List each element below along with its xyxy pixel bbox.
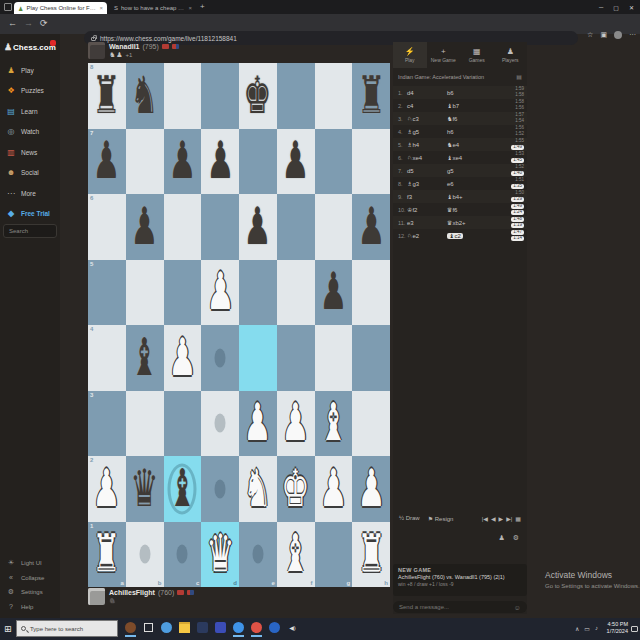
bottom-player-flag2-icon [187, 590, 194, 595]
legal-move-dot[interactable] [177, 545, 188, 564]
rank-label: 3 [90, 392, 93, 398]
white-move[interactable]: e3 [407, 220, 414, 226]
browser-menu-icon[interactable]: ⋯ [629, 31, 636, 39]
white-bishop-f1[interactable]: ♝ [281, 528, 309, 580]
back-move-icon[interactable]: ◀ [491, 515, 496, 522]
square-c2[interactable]: ♝ [164, 456, 202, 522]
maximize-button[interactable]: ▢ [613, 4, 619, 11]
sidebar-item-collapse[interactable]: «Collapse [0, 571, 60, 586]
square-g1[interactable]: g [315, 522, 353, 588]
square-g4[interactable] [315, 325, 353, 391]
move-row-11[interactable]: 11.e3♛xb2+1:481:19 [393, 216, 527, 229]
tray-icon[interactable]: ▭ [584, 625, 590, 632]
black-queen-b2[interactable]: ♛ [130, 463, 158, 515]
square-c5[interactable] [164, 260, 202, 326]
collapse-icon: « [6, 574, 16, 581]
refresh-icon[interactable]: ⟳ [40, 18, 48, 28]
move-number: 11. [393, 220, 407, 226]
chat-smiley-icon[interactable]: ☺ [514, 604, 521, 611]
sidebar-item-label: More [21, 190, 36, 197]
top-player-bar: Wanadll1 (795) ♞♟+1 1:14 [88, 42, 390, 60]
black-move[interactable]: ♛xb2+ [447, 220, 466, 226]
bottom-player-name[interactable]: AchillesFlight [109, 589, 155, 596]
square-d3[interactable] [201, 391, 239, 457]
analysis-board-icon[interactable]: ▦ [515, 515, 521, 522]
black-move[interactable]: ♛f6 [447, 207, 457, 213]
rank-label: 6 [90, 195, 93, 201]
forward-move-icon[interactable]: ▶ [499, 515, 504, 522]
square-d7[interactable]: ♟ [201, 129, 239, 195]
square-f6[interactable] [277, 194, 315, 260]
rank-label: 8 [90, 64, 93, 70]
black-pawn-d7[interactable]: ♟ [206, 135, 234, 187]
square-d4[interactable] [201, 325, 239, 391]
move-number: 4. [393, 129, 407, 135]
vertical-tabs-icon[interactable] [4, 3, 12, 11]
browser-tab-inactive[interactable]: S how to have a cheap dreadlock… × [110, 2, 196, 14]
sidebar-item-free-trial[interactable]: ◆Free Trial [0, 204, 60, 225]
square-e8[interactable]: ♚ [239, 63, 277, 129]
square-e1[interactable]: e [239, 522, 277, 588]
file-label: b [158, 580, 162, 586]
puzzles-icon: ❖ [6, 86, 16, 95]
white-king-f2[interactable]: ♚ [281, 463, 309, 515]
players-icon: ♟ [507, 47, 514, 56]
page-url: https://www.chess.com/game/live/11812158… [100, 35, 237, 42]
black-pawn-b6[interactable]: ♟ [130, 201, 158, 253]
taskbar-icon-speaker[interactable]: ◀) [286, 621, 299, 634]
square-b2[interactable]: ♛ [126, 456, 164, 522]
black-move-time: 1:45 [511, 158, 524, 163]
square-h1[interactable]: ♜h [352, 522, 390, 588]
captured-piece-icon: ♟ [116, 51, 122, 59]
move-number: 2. [393, 103, 407, 109]
square-b3[interactable] [126, 391, 164, 457]
square-e6[interactable]: ♟ [239, 194, 277, 260]
chat-input[interactable]: Send a message... ☺ [393, 601, 527, 613]
square-e5[interactable] [239, 260, 277, 326]
minimize-button[interactable]: ─ [599, 4, 603, 10]
square-f4[interactable] [277, 325, 315, 391]
square-a5[interactable]: 5 [88, 260, 126, 326]
square-e4[interactable] [239, 325, 277, 391]
square-d2[interactable] [201, 456, 239, 522]
taskbar-time: 4:50 PM [607, 621, 628, 628]
file-label: h [384, 580, 388, 586]
extensions-icon[interactable]: ▣ [600, 31, 607, 39]
black-move-time: 1:56 [515, 106, 524, 111]
black-pawn-c7[interactable]: ♟ [168, 135, 196, 187]
favorite-star-icon[interactable]: ☆ [587, 31, 593, 39]
chesscom-favicon: ♟ [18, 5, 23, 12]
square-h3[interactable] [352, 391, 390, 457]
resign-button[interactable]: ⚑ Resign [428, 515, 454, 522]
taskbar-icon-mail[interactable] [214, 621, 227, 634]
panel-tab-players[interactable]: ♟Players [494, 42, 528, 68]
black-move[interactable]: g5 [447, 168, 454, 174]
square-c1[interactable]: c [164, 522, 202, 588]
square-h8[interactable]: ♜ [352, 63, 390, 129]
sidebar-item-label: Play [21, 67, 34, 74]
legal-move-dot[interactable] [215, 479, 226, 498]
settings-icon: ⚙ [6, 588, 16, 596]
notification-center-icon[interactable] [631, 626, 638, 632]
sidebar-item-news[interactable]: ▥News [0, 142, 60, 163]
activate-windows-text: Activate Windows [545, 570, 612, 580]
square-c3[interactable] [164, 391, 202, 457]
square-c7[interactable]: ♟ [164, 129, 202, 195]
square-h7[interactable] [352, 129, 390, 195]
black-knight-b8[interactable]: ♞ [130, 70, 158, 122]
black-move-time: 1:52 [515, 132, 524, 137]
square-e2[interactable]: ♞ [239, 456, 277, 522]
desktop-screenshot: ♟ Play Chess Online for FRE… × S how to … [0, 0, 640, 640]
taskbar-clock[interactable]: 4:50 PM 1/7/2024 [607, 621, 628, 635]
square-d8[interactable] [201, 63, 239, 129]
taskbar-icon-pinned-app[interactable] [124, 621, 137, 634]
system-tray: ∧▭♪ [575, 625, 598, 632]
sidebar-item-label: Collapse [21, 575, 44, 581]
white-move[interactable]: f3 [407, 194, 412, 200]
move-list: 1.d4b61:591:582.c4♝b71:581:563.♘c3♞f61:5… [393, 86, 527, 242]
black-rook-a8[interactable]: ♜ [93, 70, 121, 122]
new-game-odds: win +8 / draw +1 / loss -9 [398, 581, 522, 587]
black-move[interactable]: e6 [447, 181, 454, 187]
square-b8[interactable]: ♞ [126, 63, 164, 129]
move-number: 5. [393, 142, 407, 148]
white-move[interactable]: ♘xe4 [407, 155, 422, 161]
square-f3[interactable]: ♟ [277, 391, 315, 457]
taskbar-date: 1/7/2024 [607, 628, 628, 635]
sidebar-item-puzzles[interactable]: ❖Puzzles [0, 81, 60, 102]
square-a1[interactable]: ♜1a [88, 522, 126, 588]
panel-tab-play[interactable]: ⚡Play [393, 42, 427, 68]
black-move[interactable]: ♞e4 [447, 142, 459, 148]
sidebar-item-label: Watch [21, 128, 39, 135]
square-f7[interactable]: ♟ [277, 129, 315, 195]
white-rook-a1[interactable]: ♜ [93, 528, 121, 580]
black-bishop-c2[interactable]: ♝ [168, 463, 196, 515]
legal-move-dot[interactable] [139, 545, 150, 564]
sidebar-search-input[interactable]: Search [3, 224, 57, 238]
square-h4[interactable] [352, 325, 390, 391]
square-g3[interactable]: ♝ [315, 391, 353, 457]
square-g2[interactable]: ♟ [315, 456, 353, 522]
learn-icon: ▤ [6, 107, 16, 116]
black-pawn-a7[interactable]: ♟ [93, 135, 121, 187]
new-tab-button[interactable]: + [200, 2, 205, 11]
panel-tab-games[interactable]: ▦Games [460, 42, 494, 68]
square-e7[interactable] [239, 129, 277, 195]
black-move[interactable]: ♝b7 [447, 103, 459, 109]
file-label: c [196, 580, 199, 586]
black-king-e8[interactable]: ♚ [244, 70, 272, 122]
rank-label: 1 [90, 523, 93, 529]
move-row-3[interactable]: 3.♘c3♞f61:571:54 [393, 112, 527, 125]
legal-move-dot[interactable] [215, 414, 226, 433]
square-h5[interactable] [352, 260, 390, 326]
sidebar-item-label: Help [21, 604, 33, 610]
rank-label: 2 [90, 457, 93, 463]
move-row-5[interactable]: 5.♗h4♞e41:551:49 [393, 138, 527, 151]
square-a2[interactable]: ♟2 [88, 456, 126, 522]
square-a3[interactable]: 3 [88, 391, 126, 457]
white-pawn-c4[interactable]: ♟ [168, 332, 196, 384]
black-move[interactable]: b6 [447, 90, 454, 96]
square-a6[interactable]: 6 [88, 194, 126, 260]
sidebar-item-settings[interactable]: ⚙Settings [0, 585, 60, 600]
game-controls: ½ Draw ⚑ Resign |◀◀▶▶|▦ [393, 510, 527, 526]
rank-label: 5 [90, 261, 93, 267]
black-move[interactable]: ♞f6 [447, 116, 457, 122]
black-bishop-b4[interactable]: ♝ [130, 332, 158, 384]
white-move[interactable]: ♗g5 [407, 129, 419, 135]
square-f1[interactable]: ♝f [277, 522, 315, 588]
sidebar-item-social[interactable]: ☻Social [0, 163, 60, 184]
black-move-time: 1:24 [511, 210, 524, 215]
opening-book-icon[interactable]: ▤ [516, 73, 522, 80]
taskbar-icon-browser2[interactable] [250, 621, 263, 634]
browser-toolbar: ← → ⟳ https://www.chess.com/game/live/11… [0, 14, 640, 34]
taskbar-icon-teams[interactable] [160, 621, 173, 634]
sidebar-item-light-ui[interactable]: ☀Light UI [0, 556, 60, 571]
bottom-player-rating: (760) [158, 589, 174, 596]
square-c8[interactable] [164, 63, 202, 129]
activate-windows-subtext: Go to Settings to activate Windows. [545, 583, 640, 589]
bottom-captured-pieces: ♞ [109, 597, 115, 605]
sidebar-item-watch[interactable]: ◎Watch [0, 122, 60, 143]
black-move-time: 1:58 [515, 93, 524, 98]
captured-piece-icon: ♞ [109, 597, 115, 605]
white-move[interactable]: ♔f2 [407, 207, 417, 213]
taskbar-icon-skype[interactable] [268, 621, 281, 634]
white-pawn-a2[interactable]: ♟ [93, 463, 121, 515]
news-icon: ▥ [6, 148, 16, 157]
move-number: 7. [393, 168, 407, 174]
sidebar-item-more[interactable]: ⋯More [0, 183, 60, 204]
taskbar-icon-store[interactable] [196, 621, 209, 634]
white-pawn-d5[interactable]: ♟ [206, 266, 234, 318]
taskbar-search-placeholder: Type here to search [30, 626, 83, 632]
tray-icon[interactable]: ♪ [595, 625, 598, 632]
game-panel: ⚡Play+New Game▦Games♟Players Indian Game… [393, 42, 527, 614]
move-row-7[interactable]: 7.d5g51:521:40 [393, 164, 527, 177]
start-button[interactable]: ⊞ [4, 624, 12, 634]
sidebar-item-label: Light UI [21, 560, 42, 566]
square-h2[interactable]: ♟ [352, 456, 390, 522]
black-move[interactable]: ♝xe4 [447, 155, 462, 161]
chess-board[interactable]: ♜8♞♚♜♟7♟♟♟6♟♟♟5♟♟4♝♟3♟♟♝♟2♛♝♞♚♟♟♜1abc♛de… [88, 63, 390, 587]
square-f5[interactable] [277, 260, 315, 326]
square-b7[interactable] [126, 129, 164, 195]
top-player-flag2-icon [172, 44, 179, 49]
white-move[interactable]: d4 [407, 90, 414, 96]
bottom-player-bar: AchillesFlight (760) ♞ 1:47 [88, 588, 390, 606]
square-h6[interactable]: ♟ [352, 194, 390, 260]
move-number: 1. [393, 90, 407, 96]
white-move[interactable]: ♘c3 [407, 116, 419, 122]
white-pawn-e3[interactable]: ♟ [244, 397, 272, 449]
black-move[interactable]: ♝b4+ [447, 194, 463, 200]
bottom-player-avatar[interactable] [88, 588, 105, 605]
back-icon[interactable]: ← [8, 18, 17, 28]
black-pawn-h6[interactable]: ♟ [357, 201, 385, 253]
sidebar-item-label: Social [21, 169, 39, 176]
square-g6[interactable] [315, 194, 353, 260]
logo-pawn-icon: ♟ [4, 42, 12, 52]
black-move-time: 1:14 [511, 236, 524, 241]
rank-label: 7 [90, 130, 93, 136]
white-pawn-f3[interactable]: ♟ [281, 397, 309, 449]
move-row-8[interactable]: 8.♗g3e61:511:35 [393, 177, 527, 190]
square-g5[interactable]: ♟ [315, 260, 353, 326]
top-player-flag-icon [162, 44, 169, 49]
top-player-rating: (795) [142, 43, 158, 50]
taskbar-icon-explorer[interactable] [178, 621, 191, 634]
windows-taskbar: ⊞ Type here to search ◀) ∧▭♪ 4:50 PM 1/7… [0, 618, 640, 640]
black-pawn-f7[interactable]: ♟ [281, 135, 309, 187]
sidebar-item-label: Free Trial [21, 210, 50, 217]
tab-title: Play Chess Online for FRE… [26, 5, 96, 11]
move-number: 10. [393, 207, 407, 213]
light-ui-icon: ☀ [6, 559, 16, 567]
tray-icon[interactable]: ∧ [575, 625, 579, 632]
forward-icon[interactable]: → [24, 18, 33, 28]
square-a7[interactable]: ♟7 [88, 129, 126, 195]
square-d5[interactable]: ♟ [201, 260, 239, 326]
square-e3[interactable]: ♟ [239, 391, 277, 457]
white-knight-e2[interactable]: ♞ [244, 463, 272, 515]
top-player-name[interactable]: Wanadll1 [109, 43, 139, 50]
move-number: 9. [393, 194, 407, 200]
white-move[interactable]: ♗h4 [407, 142, 419, 148]
sidebar-item-label: Settings [21, 589, 43, 595]
square-g7[interactable] [315, 129, 353, 195]
search-icon [21, 626, 26, 631]
white-pawn-g2[interactable]: ♟ [319, 463, 347, 515]
black-move[interactable]: h6 [447, 129, 454, 135]
move-row-1[interactable]: 1.d4b61:591:58 [393, 86, 527, 99]
square-b1[interactable]: b [126, 522, 164, 588]
move-row-10[interactable]: 10.♔f2♛f61:491:24 [393, 203, 527, 216]
black-move-time: 1:40 [511, 171, 524, 176]
black-pawn-e6[interactable]: ♟ [244, 201, 272, 253]
tab2-close-icon[interactable]: × [188, 5, 192, 11]
more-icon: ⋯ [6, 189, 16, 198]
move-row-6[interactable]: 6.♘xe4♝xe41:531:45 [393, 151, 527, 164]
help-icon: ? [6, 603, 16, 610]
opening-name: Indian Game: Accelerated Variation [398, 74, 484, 80]
black-move-time: 1:29 [511, 197, 524, 202]
square-b4[interactable]: ♝ [126, 325, 164, 391]
square-g8[interactable] [315, 63, 353, 129]
square-b5[interactable] [126, 260, 164, 326]
white-rook-h1[interactable]: ♜ [357, 528, 385, 580]
material-advantage: +1 [126, 52, 133, 58]
taskbar-icon-edge[interactable] [232, 621, 245, 634]
legal-move-dot[interactable] [215, 348, 226, 367]
black-rook-h8[interactable]: ♜ [357, 70, 385, 122]
play-icon: ⚡ [405, 47, 415, 56]
new-game-card: NEW GAME AchillesFlight (760) vs. Wanadl… [393, 564, 527, 596]
file-label: a [120, 580, 123, 586]
bottom-player-flag-icon [177, 590, 184, 595]
black-move-time: 1:35 [511, 184, 524, 189]
file-label: g [347, 580, 351, 586]
white-queen-d1[interactable]: ♛ [206, 528, 234, 580]
white-move[interactable]: d5 [407, 168, 414, 174]
white-pawn-h2[interactable]: ♟ [357, 463, 385, 515]
free-trial-icon: ◆ [6, 209, 16, 218]
new-game-matchup[interactable]: AchillesFlight (760) vs. Wanadll1 (795) … [398, 574, 522, 580]
white-move[interactable]: ♗g3 [407, 181, 419, 187]
white-move[interactable]: c4 [407, 103, 413, 109]
square-d6[interactable] [201, 194, 239, 260]
square-f2[interactable]: ♚ [277, 456, 315, 522]
watch-icon: ◎ [6, 127, 16, 136]
settings-gear-icon[interactable]: ⚙ [513, 534, 519, 542]
chesscom-logo[interactable]: ♟ Chess.com [4, 42, 56, 52]
go-end-icon[interactable]: ▶| [506, 515, 512, 522]
move-number: 3. [393, 116, 407, 122]
move-row-4[interactable]: 4.♗g5h61:561:52 [393, 125, 527, 138]
sidebar-item-play[interactable]: ♟Play [0, 60, 60, 81]
top-player-avatar[interactable] [88, 42, 105, 59]
go-start-icon[interactable]: |◀ [482, 515, 488, 522]
black-move[interactable]: ♝c2 [447, 233, 463, 239]
square-c4[interactable]: ♟ [164, 325, 202, 391]
lock-icon [91, 37, 96, 41]
square-a8[interactable]: ♜8 [88, 63, 126, 129]
square-b6[interactable]: ♟ [126, 194, 164, 260]
white-bishop-g3[interactable]: ♝ [319, 397, 347, 449]
new-game-icon: + [441, 47, 446, 56]
play-icon: ♟ [6, 66, 16, 75]
move-row-9[interactable]: 9.f3♝b4+1:501:29 [393, 190, 527, 203]
taskbar-icon-task-view[interactable] [142, 621, 155, 634]
move-row-12[interactable]: 12.♘e2♝c21:471:14 [393, 229, 527, 242]
black-move-time: 1:49 [511, 145, 524, 150]
file-label: f [311, 580, 313, 586]
square-c6[interactable] [164, 194, 202, 260]
sidebar-item-learn[interactable]: ▤Learn [0, 101, 60, 122]
move-number: 8. [393, 181, 407, 187]
move-row-2[interactable]: 2.c4♝b71:581:56 [393, 99, 527, 112]
black-pawn-g5[interactable]: ♟ [319, 266, 347, 318]
panel-tab-new-game[interactable]: +New Game [427, 42, 461, 68]
sidebar-item-label: Puzzles [21, 87, 44, 94]
black-move-time: 1:19 [511, 223, 524, 228]
sidebar-item-label: Learn [21, 108, 38, 115]
white-move[interactable]: ♘e2 [407, 233, 419, 239]
notification-badge [50, 40, 56, 46]
chesscom-sidebar: ♟ Chess.com ♟Play❖Puzzles▤Learn◎Watch▥Ne… [0, 34, 60, 618]
square-f8[interactable] [277, 63, 315, 129]
social-icon: ☻ [6, 168, 16, 177]
square-a4[interactable]: 4 [88, 325, 126, 391]
sidebar-item-help[interactable]: ?Help [0, 600, 60, 615]
close-button[interactable]: ✕ [629, 4, 634, 11]
draw-button[interactable]: ½ Draw [399, 515, 420, 521]
move-number: 6. [393, 155, 407, 161]
taskbar-search-input[interactable]: Type here to search [16, 620, 118, 637]
square-d1[interactable]: ♛d [201, 522, 239, 588]
tab-close-icon[interactable]: × [99, 5, 103, 11]
legal-move-dot[interactable] [252, 545, 263, 564]
browser-tab-active[interactable]: ♟ Play Chess Online for FRE… × [14, 2, 107, 14]
challenge-icon[interactable]: ♟ [498, 534, 504, 542]
profile-avatar[interactable] [614, 31, 622, 39]
